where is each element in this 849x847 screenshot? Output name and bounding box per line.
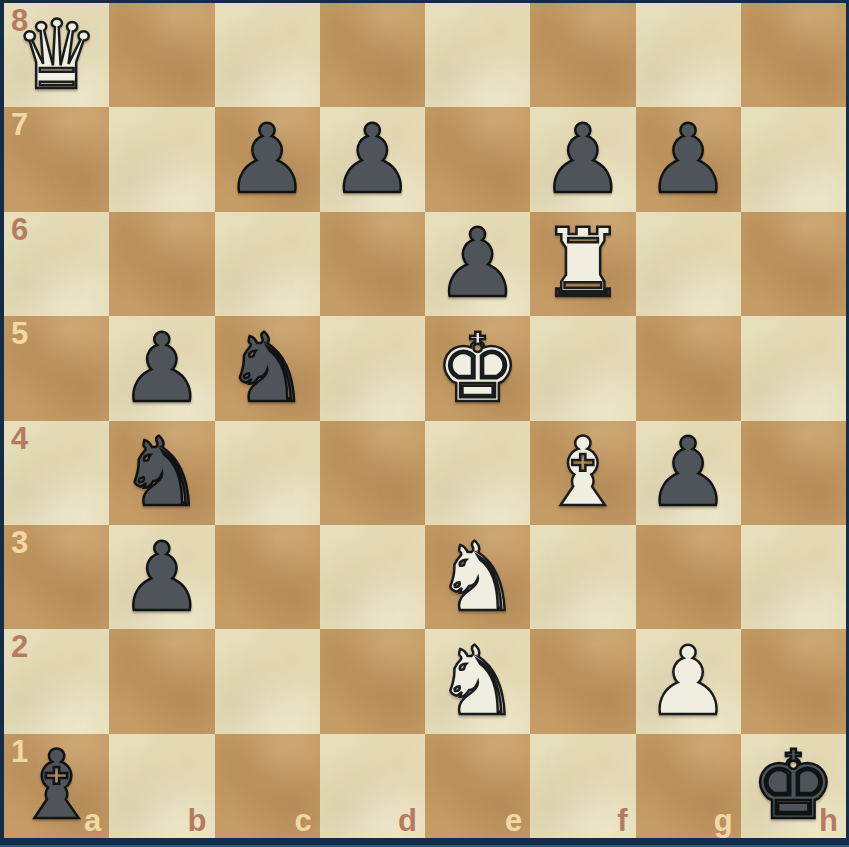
piece-black-king-h1[interactable]: ♚: [741, 734, 846, 838]
piece-black-pawn-e6[interactable]: ♟: [425, 212, 530, 316]
rank-label-2: 2: [11, 631, 28, 662]
piece-white-bishop-f4[interactable]: ♝: [530, 421, 635, 525]
square-d5[interactable]: [320, 316, 425, 420]
square-c3[interactable]: [215, 525, 320, 629]
square-h1[interactable]: h♚: [741, 734, 846, 838]
square-a5[interactable]: 5: [4, 316, 109, 420]
piece-black-pawn-c7[interactable]: ♟: [215, 107, 320, 211]
piece-black-pawn-g7[interactable]: ♟: [636, 107, 741, 211]
piece-black-pawn-f7[interactable]: ♟: [530, 107, 635, 211]
square-e1[interactable]: e: [425, 734, 530, 838]
square-h2[interactable]: [741, 629, 846, 733]
square-a3[interactable]: 3: [4, 525, 109, 629]
square-a6[interactable]: 6: [4, 212, 109, 316]
square-h7[interactable]: [741, 107, 846, 211]
square-e8[interactable]: [425, 3, 530, 107]
rank-label-7: 7: [11, 109, 28, 140]
square-e2[interactable]: ♞: [425, 629, 530, 733]
square-b8[interactable]: [109, 3, 214, 107]
square-f5[interactable]: [530, 316, 635, 420]
square-a1[interactable]: 1a♝: [4, 734, 109, 838]
file-label-d: d: [398, 805, 417, 836]
square-h3[interactable]: [741, 525, 846, 629]
square-b7[interactable]: [109, 107, 214, 211]
piece-black-pawn-d7[interactable]: ♟: [320, 107, 425, 211]
square-c1[interactable]: c: [215, 734, 320, 838]
piece-white-knight-e2[interactable]: ♞: [425, 629, 530, 733]
square-g3[interactable]: [636, 525, 741, 629]
piece-white-queen-a8[interactable]: ♛: [4, 3, 109, 107]
piece-white-rook-f6[interactable]: ♜: [530, 212, 635, 316]
square-g2[interactable]: ♟: [636, 629, 741, 733]
square-e5[interactable]: ♚: [425, 316, 530, 420]
rank-label-6: 6: [11, 214, 28, 245]
square-d8[interactable]: [320, 3, 425, 107]
piece-black-knight-b4[interactable]: ♞: [109, 421, 214, 525]
square-d6[interactable]: [320, 212, 425, 316]
square-c7[interactable]: ♟: [215, 107, 320, 211]
square-a8[interactable]: 8♛: [4, 3, 109, 107]
piece-black-pawn-b3[interactable]: ♟: [109, 525, 214, 629]
square-g6[interactable]: [636, 212, 741, 316]
square-e3[interactable]: ♞: [425, 525, 530, 629]
piece-black-bishop-a1[interactable]: ♝: [4, 734, 109, 838]
square-f8[interactable]: [530, 3, 635, 107]
square-e4[interactable]: [425, 421, 530, 525]
square-d4[interactable]: [320, 421, 425, 525]
piece-white-pawn-g2[interactable]: ♟: [636, 629, 741, 733]
square-b1[interactable]: b: [109, 734, 214, 838]
square-b3[interactable]: ♟: [109, 525, 214, 629]
rank-label-4: 4: [11, 423, 28, 454]
square-g7[interactable]: ♟: [636, 107, 741, 211]
square-g8[interactable]: [636, 3, 741, 107]
square-c4[interactable]: [215, 421, 320, 525]
square-d2[interactable]: [320, 629, 425, 733]
piece-black-knight-c5[interactable]: ♞: [215, 316, 320, 420]
square-a7[interactable]: 7: [4, 107, 109, 211]
square-h8[interactable]: [741, 3, 846, 107]
file-label-c: c: [295, 805, 312, 836]
square-c6[interactable]: [215, 212, 320, 316]
square-f4[interactable]: ♝: [530, 421, 635, 525]
square-a2[interactable]: 2: [4, 629, 109, 733]
square-c2[interactable]: [215, 629, 320, 733]
square-h5[interactable]: [741, 316, 846, 420]
square-b5[interactable]: ♟: [109, 316, 214, 420]
file-label-g: g: [714, 805, 733, 836]
square-d7[interactable]: ♟: [320, 107, 425, 211]
square-e6[interactable]: ♟: [425, 212, 530, 316]
piece-white-knight-e3[interactable]: ♞: [425, 525, 530, 629]
file-label-e: e: [505, 805, 522, 836]
square-f2[interactable]: [530, 629, 635, 733]
square-a4[interactable]: 4: [4, 421, 109, 525]
square-b4[interactable]: ♞: [109, 421, 214, 525]
file-label-b: b: [188, 805, 207, 836]
piece-black-pawn-g4[interactable]: ♟: [636, 421, 741, 525]
square-h6[interactable]: [741, 212, 846, 316]
rank-label-5: 5: [11, 318, 28, 349]
square-g5[interactable]: [636, 316, 741, 420]
square-g1[interactable]: g: [636, 734, 741, 838]
square-f3[interactable]: [530, 525, 635, 629]
piece-white-king-e5[interactable]: ♚: [425, 316, 530, 420]
square-b2[interactable]: [109, 629, 214, 733]
square-c5[interactable]: ♞: [215, 316, 320, 420]
rank-label-3: 3: [11, 527, 28, 558]
file-label-f: f: [617, 805, 627, 836]
square-e7[interactable]: [425, 107, 530, 211]
piece-black-pawn-b5[interactable]: ♟: [109, 316, 214, 420]
square-f1[interactable]: f: [530, 734, 635, 838]
square-d1[interactable]: d: [320, 734, 425, 838]
square-c8[interactable]: [215, 3, 320, 107]
square-f6[interactable]: ♜: [530, 212, 635, 316]
chess-board: 8♛7♟♟♟♟6♟♜5♟♞♚4♞♝♟3♟♞2♞♟1a♝bcdefgh♚: [4, 3, 846, 838]
square-f7[interactable]: ♟: [530, 107, 635, 211]
square-g4[interactable]: ♟: [636, 421, 741, 525]
square-h4[interactable]: [741, 421, 846, 525]
square-d3[interactable]: [320, 525, 425, 629]
board-frame: 8♛7♟♟♟♟6♟♜5♟♞♚4♞♝♟3♟♞2♞♟1a♝bcdefgh♚: [0, 0, 849, 847]
square-b6[interactable]: [109, 212, 214, 316]
